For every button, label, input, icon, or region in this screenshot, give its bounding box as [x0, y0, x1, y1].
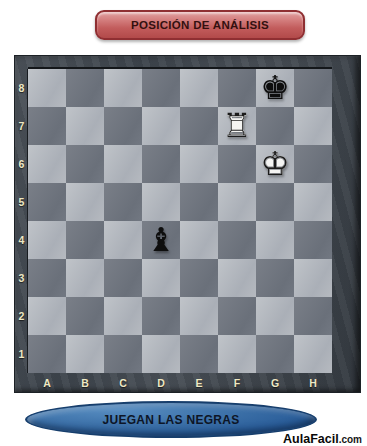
- piece-black-king[interactable]: ♚: [256, 69, 294, 107]
- square-c4[interactable]: [104, 221, 142, 259]
- square-g4[interactable]: [256, 221, 294, 259]
- square-a4[interactable]: [28, 221, 66, 259]
- watermark: AulaFacil.com: [283, 429, 362, 446]
- square-c6[interactable]: [104, 145, 142, 183]
- square-f4[interactable]: [218, 221, 256, 259]
- square-a6[interactable]: [28, 145, 66, 183]
- watermark-name: AulaFacil: [283, 432, 339, 446]
- file-label-g: G: [256, 373, 294, 393]
- file-label-a: A: [28, 373, 66, 393]
- square-f6[interactable]: [218, 145, 256, 183]
- analysis-position-label: POSICIÓN DE ANÁLISIS: [131, 19, 269, 31]
- square-a5[interactable]: [28, 183, 66, 221]
- square-g3[interactable]: [256, 259, 294, 297]
- square-a1[interactable]: [28, 335, 66, 373]
- square-d7[interactable]: [142, 107, 180, 145]
- square-e3[interactable]: [180, 259, 218, 297]
- square-f8[interactable]: [218, 69, 256, 107]
- piece-black-bishop[interactable]: ♝: [142, 221, 180, 259]
- square-h6[interactable]: [294, 145, 332, 183]
- square-a7[interactable]: [28, 107, 66, 145]
- square-f1[interactable]: [218, 335, 256, 373]
- chess-board[interactable]: ♚♜♖♚♔♝: [28, 69, 332, 373]
- square-e1[interactable]: [180, 335, 218, 373]
- rank-labels: 87654321: [15, 69, 28, 373]
- square-b2[interactable]: [66, 297, 104, 335]
- square-f3[interactable]: [218, 259, 256, 297]
- file-label-f: F: [218, 373, 256, 393]
- square-d6[interactable]: [142, 145, 180, 183]
- square-h2[interactable]: [294, 297, 332, 335]
- square-b8[interactable]: [66, 69, 104, 107]
- chess-board-frame: 87654321 ♚♜♖♚♔♝ ABCDEFGH: [14, 55, 361, 393]
- rank-label-1: 1: [15, 335, 28, 373]
- square-h1[interactable]: [294, 335, 332, 373]
- rank-label-4: 4: [15, 221, 28, 259]
- square-e7[interactable]: [180, 107, 218, 145]
- square-d4[interactable]: ♝: [142, 221, 180, 259]
- square-c8[interactable]: [104, 69, 142, 107]
- side-to-move-banner: JUEGAN LAS NEGRAS: [25, 401, 317, 438]
- rank-label-8: 8: [15, 69, 28, 107]
- page: POSICIÓN DE ANÁLISIS 87654321 ♚♜♖♚♔♝ ABC…: [0, 0, 367, 446]
- square-h3[interactable]: [294, 259, 332, 297]
- square-e6[interactable]: [180, 145, 218, 183]
- watermark-suffix: .com: [339, 434, 362, 445]
- analysis-position-banner: POSICIÓN DE ANÁLISIS: [95, 10, 305, 40]
- square-f5[interactable]: [218, 183, 256, 221]
- square-b4[interactable]: [66, 221, 104, 259]
- file-label-h: H: [294, 373, 332, 393]
- file-label-e: E: [180, 373, 218, 393]
- white-king-icon: ♔: [256, 145, 294, 183]
- piece-white-rook[interactable]: ♜♖: [218, 107, 256, 145]
- square-e2[interactable]: [180, 297, 218, 335]
- square-d5[interactable]: [142, 183, 180, 221]
- square-h4[interactable]: [294, 221, 332, 259]
- square-d8[interactable]: [142, 69, 180, 107]
- square-f2[interactable]: [218, 297, 256, 335]
- rank-label-5: 5: [15, 183, 28, 221]
- square-g2[interactable]: [256, 297, 294, 335]
- square-g6[interactable]: ♚♔: [256, 145, 294, 183]
- rank-label-3: 3: [15, 259, 28, 297]
- square-c1[interactable]: [104, 335, 142, 373]
- square-a8[interactable]: [28, 69, 66, 107]
- square-g8[interactable]: ♚: [256, 69, 294, 107]
- square-b6[interactable]: [66, 145, 104, 183]
- square-e4[interactable]: [180, 221, 218, 259]
- square-c2[interactable]: [104, 297, 142, 335]
- square-c5[interactable]: [104, 183, 142, 221]
- piece-white-king[interactable]: ♚♔: [256, 145, 294, 183]
- square-f7[interactable]: ♜♖: [218, 107, 256, 145]
- square-b1[interactable]: [66, 335, 104, 373]
- square-h8[interactable]: [294, 69, 332, 107]
- rank-label-6: 6: [15, 145, 28, 183]
- square-b5[interactable]: [66, 183, 104, 221]
- square-d3[interactable]: [142, 259, 180, 297]
- square-g7[interactable]: [256, 107, 294, 145]
- rank-label-7: 7: [15, 107, 28, 145]
- square-a3[interactable]: [28, 259, 66, 297]
- white-rook-icon: ♖: [218, 107, 256, 145]
- square-g5[interactable]: [256, 183, 294, 221]
- file-label-d: D: [142, 373, 180, 393]
- square-e8[interactable]: [180, 69, 218, 107]
- file-label-c: C: [104, 373, 142, 393]
- square-b3[interactable]: [66, 259, 104, 297]
- square-h5[interactable]: [294, 183, 332, 221]
- square-d1[interactable]: [142, 335, 180, 373]
- square-e5[interactable]: [180, 183, 218, 221]
- square-a2[interactable]: [28, 297, 66, 335]
- square-g1[interactable]: [256, 335, 294, 373]
- black-king-icon: ♚: [256, 69, 294, 107]
- square-b7[interactable]: [66, 107, 104, 145]
- square-c7[interactable]: [104, 107, 142, 145]
- side-to-move-label: JUEGAN LAS NEGRAS: [102, 413, 239, 427]
- square-h7[interactable]: [294, 107, 332, 145]
- black-bishop-icon: ♝: [142, 221, 180, 259]
- square-d2[interactable]: [142, 297, 180, 335]
- file-labels: ABCDEFGH: [28, 373, 332, 393]
- rank-label-2: 2: [15, 297, 28, 335]
- file-label-b: B: [66, 373, 104, 393]
- square-c3[interactable]: [104, 259, 142, 297]
